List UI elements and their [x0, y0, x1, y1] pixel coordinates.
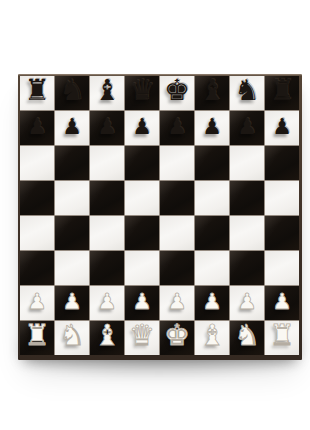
square-e7[interactable]: ♟ [160, 111, 194, 145]
piece-white-bishop-f1[interactable]: ♝ [195, 318, 229, 352]
square-g3[interactable] [230, 251, 264, 285]
piece-white-knight-b1[interactable]: ♞ [55, 318, 89, 352]
square-b1[interactable]: ♞ [55, 321, 89, 355]
square-c6[interactable] [90, 146, 124, 180]
square-a6[interactable] [20, 146, 54, 180]
square-h4[interactable] [265, 216, 299, 250]
square-a1[interactable]: ♜ [20, 321, 54, 355]
square-g7[interactable]: ♟ [230, 111, 264, 145]
square-f1[interactable]: ♝ [195, 321, 229, 355]
piece-black-rook-a8[interactable]: ♜ [20, 73, 54, 107]
piece-black-pawn-g7[interactable]: ♟ [230, 110, 264, 144]
square-d4[interactable] [125, 216, 159, 250]
square-a3[interactable] [20, 251, 54, 285]
square-e6[interactable] [160, 146, 194, 180]
square-d6[interactable] [125, 146, 159, 180]
square-f7[interactable]: ♟ [195, 111, 229, 145]
piece-white-knight-g1[interactable]: ♞ [230, 318, 264, 352]
square-a4[interactable] [20, 216, 54, 250]
piece-white-pawn-a2[interactable]: ♟ [20, 285, 54, 319]
piece-white-pawn-f2[interactable]: ♟ [195, 285, 229, 319]
square-d7[interactable]: ♟ [125, 111, 159, 145]
piece-white-rook-a1[interactable]: ♜ [20, 318, 54, 352]
piece-black-queen-d8[interactable]: ♛ [125, 73, 159, 107]
square-f6[interactable] [195, 146, 229, 180]
piece-black-pawn-b7[interactable]: ♟ [55, 110, 89, 144]
square-b5[interactable] [55, 181, 89, 215]
square-h3[interactable] [265, 251, 299, 285]
piece-white-bishop-c1[interactable]: ♝ [90, 318, 124, 352]
piece-black-pawn-c7[interactable]: ♟ [90, 110, 124, 144]
square-b2[interactable]: ♟ [55, 286, 89, 320]
square-c4[interactable] [90, 216, 124, 250]
piece-black-king-e8[interactable]: ♚ [160, 73, 194, 107]
piece-white-pawn-g2[interactable]: ♟ [230, 285, 264, 319]
piece-black-knight-b8[interactable]: ♞ [55, 73, 89, 107]
piece-white-rook-h1[interactable]: ♜ [265, 318, 299, 352]
piece-black-knight-g8[interactable]: ♞ [230, 73, 264, 107]
piece-white-pawn-h2[interactable]: ♟ [265, 285, 299, 319]
square-c7[interactable]: ♟ [90, 111, 124, 145]
square-b8[interactable]: ♞ [55, 76, 89, 110]
square-f3[interactable] [195, 251, 229, 285]
square-e1[interactable]: ♚ [160, 321, 194, 355]
square-b6[interactable] [55, 146, 89, 180]
square-g1[interactable]: ♞ [230, 321, 264, 355]
piece-black-pawn-e7[interactable]: ♟ [160, 110, 194, 144]
piece-white-king-e1[interactable]: ♚ [160, 318, 194, 352]
piece-white-pawn-e2[interactable]: ♟ [160, 285, 194, 319]
square-c5[interactable] [90, 181, 124, 215]
piece-white-queen-d1[interactable]: ♛ [125, 318, 159, 352]
piece-black-pawn-h7[interactable]: ♟ [265, 110, 299, 144]
square-c8[interactable]: ♝ [90, 76, 124, 110]
square-g8[interactable]: ♞ [230, 76, 264, 110]
piece-white-pawn-c2[interactable]: ♟ [90, 285, 124, 319]
square-a2[interactable]: ♟ [20, 286, 54, 320]
square-d2[interactable]: ♟ [125, 286, 159, 320]
piece-black-pawn-f7[interactable]: ♟ [195, 110, 229, 144]
square-b4[interactable] [55, 216, 89, 250]
square-h8[interactable]: ♜ [265, 76, 299, 110]
square-g5[interactable] [230, 181, 264, 215]
square-e4[interactable] [160, 216, 194, 250]
square-c2[interactable]: ♟ [90, 286, 124, 320]
square-b3[interactable] [55, 251, 89, 285]
square-e5[interactable] [160, 181, 194, 215]
square-f4[interactable] [195, 216, 229, 250]
square-h6[interactable] [265, 146, 299, 180]
square-g6[interactable] [230, 146, 264, 180]
product-photo: ♜♞♝♛♚♝♞♜♟♟♟♟♟♟♟♟♟♟♟♟♟♟♟♟♜♞♝♛♚♝♞♜ [0, 0, 310, 430]
square-a5[interactable] [20, 181, 54, 215]
chess-board: ♜♞♝♛♚♝♞♜♟♟♟♟♟♟♟♟♟♟♟♟♟♟♟♟♜♞♝♛♚♝♞♜ [20, 76, 299, 355]
square-d5[interactable] [125, 181, 159, 215]
piece-white-pawn-b2[interactable]: ♟ [55, 285, 89, 319]
chess-board-frame: ♜♞♝♛♚♝♞♜♟♟♟♟♟♟♟♟♟♟♟♟♟♟♟♟♜♞♝♛♚♝♞♜ [18, 74, 302, 360]
square-c1[interactable]: ♝ [90, 321, 124, 355]
piece-black-bishop-c8[interactable]: ♝ [90, 73, 124, 107]
piece-black-bishop-f8[interactable]: ♝ [195, 73, 229, 107]
square-d1[interactable]: ♛ [125, 321, 159, 355]
square-g2[interactable]: ♟ [230, 286, 264, 320]
square-f2[interactable]: ♟ [195, 286, 229, 320]
square-g4[interactable] [230, 216, 264, 250]
square-h2[interactable]: ♟ [265, 286, 299, 320]
square-e2[interactable]: ♟ [160, 286, 194, 320]
square-c3[interactable] [90, 251, 124, 285]
square-d3[interactable] [125, 251, 159, 285]
piece-black-pawn-d7[interactable]: ♟ [125, 110, 159, 144]
piece-black-pawn-a7[interactable]: ♟ [20, 110, 54, 144]
square-d8[interactable]: ♛ [125, 76, 159, 110]
piece-black-rook-h8[interactable]: ♜ [265, 73, 299, 107]
square-f5[interactable] [195, 181, 229, 215]
square-h5[interactable] [265, 181, 299, 215]
square-b7[interactable]: ♟ [55, 111, 89, 145]
square-e8[interactable]: ♚ [160, 76, 194, 110]
square-a7[interactable]: ♟ [20, 111, 54, 145]
square-h7[interactable]: ♟ [265, 111, 299, 145]
square-h1[interactable]: ♜ [265, 321, 299, 355]
piece-white-pawn-d2[interactable]: ♟ [125, 285, 159, 319]
square-a8[interactable]: ♜ [20, 76, 54, 110]
square-e3[interactable] [160, 251, 194, 285]
square-f8[interactable]: ♝ [195, 76, 229, 110]
